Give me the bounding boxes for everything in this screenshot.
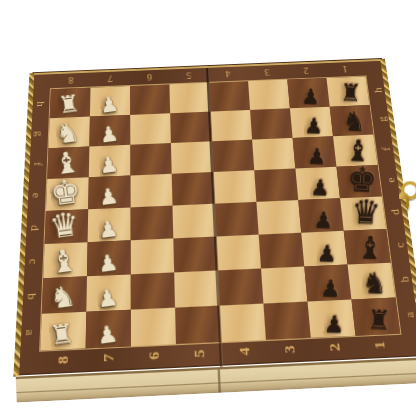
- square-h7[interactable]: ♟: [90, 86, 130, 117]
- top-rank-label-3: 3: [247, 65, 287, 81]
- square-e3[interactable]: [254, 168, 298, 201]
- piece-white-P-c7[interactable]: ♟: [96, 251, 119, 276]
- piece-white-P-h7[interactable]: ♟: [98, 93, 119, 116]
- square-b8[interactable]: ♞: [42, 276, 87, 313]
- top-rank-label-5: 5: [169, 68, 209, 84]
- square-b1[interactable]: ♞: [348, 263, 396, 300]
- square-e7[interactable]: ♟: [88, 176, 130, 210]
- square-d8[interactable]: ♛: [45, 209, 89, 244]
- piece-black-P-h2[interactable]: ♟: [301, 86, 320, 107]
- piece-white-N-g8[interactable]: ♞: [54, 119, 81, 148]
- square-e5[interactable]: [172, 172, 215, 206]
- square-d2[interactable]: ♟: [298, 198, 343, 232]
- piece-black-P-f2[interactable]: ♟: [306, 145, 326, 167]
- piece-white-P-e7[interactable]: ♟: [97, 185, 119, 209]
- piece-white-P-b7[interactable]: ♟: [96, 286, 119, 311]
- square-g3[interactable]: [250, 108, 293, 139]
- square-c7[interactable]: ♟: [87, 240, 131, 276]
- square-a8[interactable]: ♜: [40, 312, 86, 351]
- square-d3[interactable]: [256, 200, 301, 235]
- piece-white-B-c8[interactable]: ♝: [48, 244, 79, 277]
- square-c2[interactable]: ♟: [301, 231, 347, 267]
- square-g6[interactable]: [130, 113, 171, 144]
- square-g7[interactable]: ♟: [89, 115, 130, 147]
- top-rank-label-4: 4: [208, 66, 248, 82]
- piece-black-P-b2[interactable]: ♟: [319, 276, 340, 299]
- square-h1[interactable]: ♜: [326, 76, 369, 106]
- square-f4[interactable]: [212, 140, 255, 172]
- side-fold-seam: [218, 369, 221, 392]
- square-b7[interactable]: ♟: [86, 274, 130, 311]
- product-photo-stage: 87654321 87654321 hgfedcba hgfedcba ♜♟♟♜…: [0, 0, 416, 416]
- square-g8[interactable]: ♞: [49, 117, 90, 149]
- square-c1[interactable]: ♝: [344, 229, 391, 265]
- top-rank-label-2: 2: [286, 63, 326, 79]
- square-c6[interactable]: [130, 238, 174, 274]
- piece-black-P-d2[interactable]: ♟: [313, 208, 334, 231]
- square-f6[interactable]: [130, 143, 171, 176]
- square-a2[interactable]: ♟: [307, 300, 355, 338]
- piece-black-P-e2[interactable]: ♟: [309, 176, 329, 198]
- square-c8[interactable]: ♝: [43, 242, 87, 278]
- piece-white-Q-d8[interactable]: ♛: [47, 207, 81, 244]
- square-d4[interactable]: [214, 202, 258, 237]
- square-a3[interactable]: [263, 302, 310, 340]
- square-d6[interactable]: [130, 206, 173, 241]
- square-g5[interactable]: [170, 112, 211, 143]
- piece-black-P-g2[interactable]: ♟: [303, 115, 323, 137]
- square-e4[interactable]: [213, 170, 256, 203]
- square-b4[interactable]: [218, 268, 264, 305]
- square-a5[interactable]: [175, 306, 221, 345]
- piece-black-Q-d1[interactable]: ♛: [350, 195, 381, 229]
- square-g1[interactable]: ♞: [330, 105, 374, 136]
- square-g2[interactable]: ♟: [290, 107, 333, 138]
- square-a4[interactable]: [219, 304, 266, 342]
- board-plate: 87654321 87654321 hgfedcba hgfedcba ♜♟♟♜…: [18, 59, 416, 374]
- square-c5[interactable]: [173, 237, 217, 273]
- piece-white-P-g7[interactable]: ♟: [98, 123, 119, 146]
- square-b6[interactable]: [131, 272, 175, 309]
- top-rank-label-1: 1: [325, 62, 366, 78]
- square-b5[interactable]: [174, 270, 219, 307]
- top-rank-label-6: 6: [130, 69, 169, 85]
- square-h8[interactable]: ♜: [50, 88, 91, 119]
- side-groove-line: [16, 372, 416, 393]
- piece-white-P-f7[interactable]: ♟: [97, 153, 119, 177]
- square-d7[interactable]: ♟: [88, 207, 131, 242]
- square-h4[interactable]: [209, 81, 250, 111]
- piece-black-P-c2[interactable]: ♟: [316, 242, 337, 265]
- square-f7[interactable]: ♟: [89, 145, 130, 178]
- square-h2[interactable]: ♟: [287, 78, 329, 108]
- square-d1[interactable]: ♛: [340, 196, 386, 230]
- piece-white-N-b8[interactable]: ♞: [48, 282, 77, 314]
- piece-white-P-a7[interactable]: ♟: [95, 322, 119, 348]
- piece-white-R-a8[interactable]: ♜: [48, 320, 75, 350]
- piece-black-B-c1[interactable]: ♝: [356, 232, 384, 263]
- square-a7[interactable]: ♟: [86, 310, 131, 349]
- square-f2[interactable]: ♟: [293, 136, 337, 168]
- square-c4[interactable]: [216, 235, 261, 271]
- piece-white-P-d7[interactable]: ♟: [96, 217, 118, 241]
- piece-white-R-h8[interactable]: ♜: [56, 92, 80, 118]
- square-a1[interactable]: ♜: [351, 298, 400, 336]
- square-h6[interactable]: [130, 84, 170, 114]
- piece-black-R-a1[interactable]: ♜: [366, 307, 391, 334]
- top-rank-label-8: 8: [51, 73, 91, 89]
- square-h5[interactable]: [169, 83, 210, 113]
- square-b3[interactable]: [261, 267, 307, 304]
- square-b2[interactable]: ♟: [304, 265, 351, 302]
- square-a6[interactable]: [131, 308, 176, 347]
- piece-black-P-a2[interactable]: ♟: [323, 312, 345, 336]
- square-f3[interactable]: [252, 138, 295, 170]
- square-e2[interactable]: ♟: [295, 167, 340, 200]
- piece-black-N-g1[interactable]: ♞: [341, 108, 365, 135]
- square-d5[interactable]: [172, 204, 216, 239]
- top-rank-label-7: 7: [91, 71, 130, 87]
- square-h3[interactable]: [248, 80, 290, 110]
- piece-black-N-b1[interactable]: ♞: [361, 269, 388, 298]
- piece-black-R-h1[interactable]: ♜: [339, 81, 361, 105]
- square-g4[interactable]: [210, 110, 252, 141]
- square-c3[interactable]: [259, 233, 305, 269]
- square-e6[interactable]: [130, 174, 172, 208]
- chess-board: 87654321 87654321 hgfedcba hgfedcba ♜♟♟♜…: [18, 59, 416, 374]
- square-f5[interactable]: [171, 141, 213, 173]
